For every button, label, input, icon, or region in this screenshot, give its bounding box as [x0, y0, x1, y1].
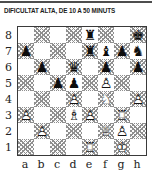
square-c7 — [50, 43, 66, 59]
black-pawn: ♟ — [52, 75, 65, 91]
white-pawn: ♟♙ — [34, 123, 50, 139]
square-g2: ♟♙ — [114, 123, 130, 139]
square-f7: ♝ — [98, 43, 114, 59]
square-f5: ♟♙ — [98, 75, 114, 91]
square-f4: ♞♘ — [98, 91, 114, 107]
rank-label-8: 8 — [0, 27, 17, 43]
black-pawn: ♟ — [68, 75, 81, 91]
square-a4 — [18, 91, 34, 107]
square-b6: ♟ — [34, 59, 50, 75]
square-a3: ♟♙ — [18, 107, 34, 123]
square-a7: ♟ — [18, 43, 34, 59]
puzzle-card: DIFICULTAT ALTA, DE 10 A 50 MINUTS 87654… — [0, 0, 152, 175]
square-b3 — [34, 107, 50, 123]
black-knight: ♞ — [132, 43, 145, 59]
square-g3: ♜♖ — [114, 107, 130, 123]
file-label-e: e — [81, 158, 97, 172]
square-e7: ♜ — [82, 43, 98, 59]
square-f2: ♛♕ — [98, 123, 114, 139]
file-label-f: f — [97, 158, 113, 172]
black-king: ♚ — [132, 27, 145, 43]
square-h1 — [130, 139, 146, 155]
square-c1 — [50, 139, 66, 155]
black-pawn: ♟ — [100, 59, 113, 75]
square-e2 — [82, 123, 98, 139]
white-pawn: ♟♙ — [66, 91, 82, 107]
white-pawn: ♟♙ — [18, 107, 34, 123]
top-divider — [0, 1, 152, 3]
rank-label-4: 4 — [0, 91, 17, 107]
square-c6 — [50, 59, 66, 75]
file-label-g: g — [113, 158, 129, 172]
white-knight: ♞♘ — [98, 91, 114, 107]
square-h4: ♟♙ — [130, 91, 146, 107]
white-pawn: ♟♙ — [130, 91, 146, 107]
square-f3 — [98, 107, 114, 123]
white-king: ♚♔ — [114, 139, 130, 155]
square-a2 — [18, 123, 34, 139]
square-h8: ♚ — [130, 27, 146, 43]
square-e5 — [82, 75, 98, 91]
chess-board: ♜♚♟♜♝♟♞♟♛♟♟♟♟♟♙♟♙♞♘♟♙♟♙♝♗♟♙♜♖♟♙♛♕♟♙♜♖♚♔ — [17, 26, 147, 156]
square-c2 — [50, 123, 66, 139]
square-b5 — [34, 75, 50, 91]
square-h7: ♞ — [130, 43, 146, 59]
square-d6: ♛ — [66, 59, 82, 75]
black-rook: ♜ — [84, 27, 97, 43]
square-g4 — [114, 91, 130, 107]
square-g7: ♟ — [114, 43, 130, 59]
square-c3 — [50, 107, 66, 123]
square-e3: ♟♙ — [82, 107, 98, 123]
square-g5 — [114, 75, 130, 91]
rank-labels: 87654321 — [0, 27, 17, 156]
white-pawn: ♟♙ — [114, 123, 130, 139]
square-c5: ♟ — [50, 75, 66, 91]
square-a8 — [18, 27, 34, 43]
square-d7 — [66, 43, 82, 59]
square-b4 — [34, 91, 50, 107]
file-label-b: b — [33, 158, 49, 172]
square-h3 — [130, 107, 146, 123]
square-h5 — [130, 75, 146, 91]
file-label-d: d — [65, 158, 81, 172]
square-e6 — [82, 59, 98, 75]
square-d5: ♟ — [66, 75, 82, 91]
square-f1 — [98, 139, 114, 155]
square-c4 — [50, 91, 66, 107]
square-h6: ♟ — [130, 59, 146, 75]
file-label-h: h — [129, 158, 145, 172]
file-labels: abcdefgh — [17, 158, 147, 172]
square-b2: ♟♙ — [34, 123, 50, 139]
rank-label-6: 6 — [0, 59, 17, 75]
square-a1 — [18, 139, 34, 155]
square-a5 — [18, 75, 34, 91]
square-a6 — [18, 59, 34, 75]
square-b1 — [34, 139, 50, 155]
square-d4: ♟♙ — [66, 91, 82, 107]
file-label-a: a — [17, 158, 33, 172]
square-b8 — [34, 27, 50, 43]
square-d2 — [66, 123, 82, 139]
square-b7 — [34, 43, 50, 59]
square-e8: ♜ — [82, 27, 98, 43]
rank-label-5: 5 — [0, 75, 17, 91]
square-d8 — [66, 27, 82, 43]
black-rook: ♜ — [84, 43, 97, 59]
square-g1: ♚♔ — [114, 139, 130, 155]
square-e4 — [82, 91, 98, 107]
white-pawn: ♟♙ — [82, 107, 98, 123]
black-queen: ♛ — [68, 59, 81, 75]
white-rook: ♜♖ — [114, 107, 130, 123]
white-pawn: ♟♙ — [98, 75, 114, 91]
white-bishop: ♝♗ — [66, 107, 82, 123]
square-c8 — [50, 27, 66, 43]
white-queen: ♛♕ — [98, 123, 114, 139]
square-e1: ♜♖ — [82, 139, 98, 155]
square-f6: ♟ — [98, 59, 114, 75]
square-g6 — [114, 59, 130, 75]
square-d3: ♝♗ — [66, 107, 82, 123]
black-pawn: ♟ — [132, 59, 145, 75]
file-label-c: c — [49, 158, 65, 172]
black-bishop: ♝ — [100, 43, 113, 59]
rank-label-1: 1 — [0, 139, 17, 155]
rank-label-3: 3 — [0, 107, 17, 123]
square-h2 — [130, 123, 146, 139]
black-pawn: ♟ — [116, 43, 129, 59]
black-pawn: ♟ — [36, 59, 49, 75]
square-g8 — [114, 27, 130, 43]
white-rook: ♜♖ — [82, 139, 98, 155]
black-pawn: ♟ — [20, 43, 33, 59]
chess-diagram: 87654321 ♜♚♟♜♝♟♞♟♛♟♟♟♟♟♙♟♙♞♘♟♙♟♙♝♗♟♙♜♖♟♙… — [0, 26, 147, 172]
square-f8 — [98, 27, 114, 43]
square-d1 — [66, 139, 82, 155]
rank-label-2: 2 — [0, 123, 17, 139]
puzzle-title: DIFICULTAT ALTA, DE 10 A 50 MINUTS — [4, 7, 150, 14]
rank-label-7: 7 — [0, 43, 17, 59]
